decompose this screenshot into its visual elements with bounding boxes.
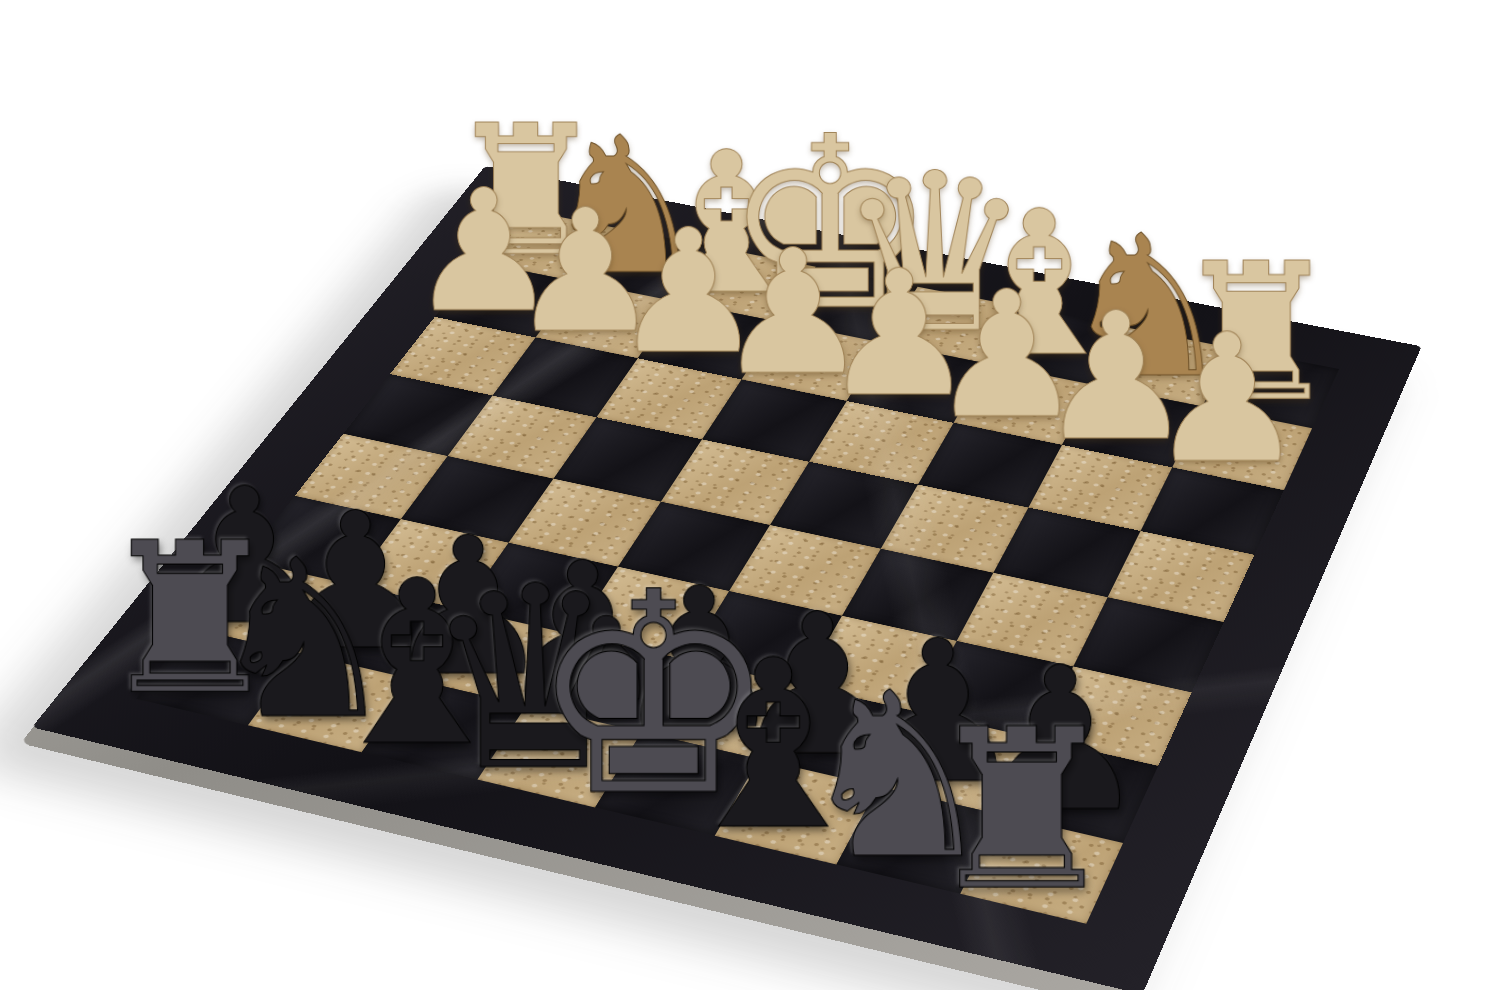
- square-a8[interactable]: ♜: [960, 815, 1123, 924]
- photo-stage: ♜♞♝♚♛♝♞♜♟♟♟♟♟♟♟♟♟♟♟♟♟♟♟♟♜♞♝♛♚♝♞♜: [0, 0, 1500, 990]
- black-rook[interactable]: ♜: [923, 708, 1121, 911]
- chess-board: ♜♞♝♚♛♝♞♜♟♟♟♟♟♟♟♟♟♟♟♟♟♟♟♟♜♞♝♛♚♝♞♜: [32, 166, 1422, 990]
- square-a2[interactable]: ♟: [1172, 406, 1312, 490]
- white-pawn[interactable]: ♟: [1147, 318, 1306, 481]
